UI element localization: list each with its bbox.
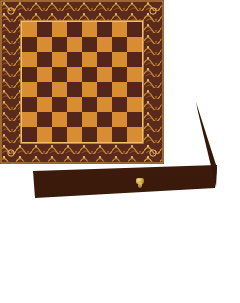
square-h3[interactable] — [127, 97, 142, 112]
square-b7[interactable] — [37, 37, 52, 52]
square-b1[interactable] — [37, 127, 52, 142]
square-f3[interactable] — [97, 97, 112, 112]
square-g3[interactable] — [112, 97, 127, 112]
square-a8[interactable] — [22, 22, 37, 37]
square-c4[interactable] — [52, 82, 67, 97]
square-b4[interactable] — [37, 82, 52, 97]
square-g6[interactable] — [112, 52, 127, 67]
square-b6[interactable] — [37, 52, 52, 67]
square-e3[interactable] — [82, 97, 97, 112]
square-e7[interactable] — [82, 37, 97, 52]
square-a4[interactable] — [22, 82, 37, 97]
square-h2[interactable] — [127, 112, 142, 127]
square-f5[interactable] — [97, 67, 112, 82]
square-a7[interactable] — [22, 37, 37, 52]
square-b3[interactable] — [37, 97, 52, 112]
square-h6[interactable] — [127, 52, 142, 67]
square-c2[interactable] — [52, 112, 67, 127]
square-c5[interactable] — [52, 67, 67, 82]
square-a3[interactable] — [22, 97, 37, 112]
square-f7[interactable] — [97, 37, 112, 52]
square-d4[interactable] — [67, 82, 82, 97]
square-e6[interactable] — [82, 52, 97, 67]
square-g7[interactable] — [112, 37, 127, 52]
chess-set-photo: ♜♞♝♛♚♝♞♜♟♟♟♟♟♟♟♟♟♟♟♟♟♟♟♟♜♞♝♛♚♝♞♜ — [0, 0, 240, 303]
square-a1[interactable] — [22, 127, 37, 142]
square-f2[interactable] — [97, 112, 112, 127]
square-g5[interactable] — [112, 67, 127, 82]
square-f6[interactable] — [97, 52, 112, 67]
square-g1[interactable] — [112, 127, 127, 142]
square-d2[interactable] — [67, 112, 82, 127]
square-e2[interactable] — [82, 112, 97, 127]
brass-clasp-icon — [136, 178, 144, 184]
square-c3[interactable] — [52, 97, 67, 112]
square-d6[interactable] — [67, 52, 82, 67]
square-b5[interactable] — [37, 67, 52, 82]
square-d3[interactable] — [67, 97, 82, 112]
square-e8[interactable] — [82, 22, 97, 37]
square-a6[interactable] — [22, 52, 37, 67]
square-c1[interactable] — [52, 127, 67, 142]
square-f4[interactable] — [97, 82, 112, 97]
square-c7[interactable] — [52, 37, 67, 52]
square-e1[interactable] — [82, 127, 97, 142]
square-h5[interactable] — [127, 67, 142, 82]
square-c8[interactable] — [52, 22, 67, 37]
square-h1[interactable] — [127, 127, 142, 142]
square-d5[interactable] — [67, 67, 82, 82]
square-d7[interactable] — [67, 37, 82, 52]
square-b2[interactable] — [37, 112, 52, 127]
square-f8[interactable] — [97, 22, 112, 37]
square-h8[interactable] — [127, 22, 142, 37]
square-f1[interactable] — [97, 127, 112, 142]
square-h7[interactable] — [127, 37, 142, 52]
square-a2[interactable] — [22, 112, 37, 127]
square-b8[interactable] — [37, 22, 52, 37]
chess-board — [0, 0, 164, 164]
square-e4[interactable] — [82, 82, 97, 97]
square-d1[interactable] — [67, 127, 82, 142]
square-g4[interactable] — [112, 82, 127, 97]
board-playing-field — [22, 22, 142, 142]
square-c6[interactable] — [52, 52, 67, 67]
square-a5[interactable] — [22, 67, 37, 82]
square-d8[interactable] — [67, 22, 82, 37]
square-e5[interactable] — [82, 67, 97, 82]
square-h4[interactable] — [127, 82, 142, 97]
square-g2[interactable] — [112, 112, 127, 127]
square-g8[interactable] — [112, 22, 127, 37]
